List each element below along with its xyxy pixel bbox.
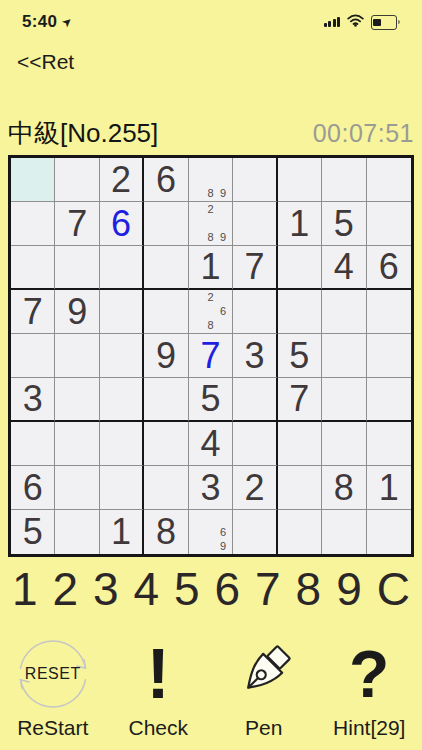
given-digit: 7	[67, 206, 87, 242]
given-digit: 3	[244, 338, 264, 374]
restart-label: ReStart	[17, 716, 88, 740]
numpad: 123456789C	[0, 560, 422, 618]
cell-r5c4[interactable]: 9	[144, 334, 188, 378]
cell-r9c7[interactable]	[278, 510, 322, 554]
question-icon: ?	[349, 641, 389, 707]
cell-r3c3[interactable]	[100, 246, 144, 290]
given-digit: 9	[67, 294, 87, 330]
given-digit: 6	[23, 470, 43, 506]
cell-r7c9[interactable]	[367, 422, 411, 466]
cell-r2c4[interactable]	[144, 202, 188, 246]
cell-r5c6[interactable]: 3	[233, 334, 277, 378]
cell-r4c9[interactable]	[367, 290, 411, 334]
cell-r6c5[interactable]: 5	[189, 378, 233, 422]
cell-r3c6[interactable]: 7	[233, 246, 277, 290]
cell-r3c4[interactable]	[144, 246, 188, 290]
cell-r7c1[interactable]	[11, 422, 55, 466]
numpad-8[interactable]: 8	[296, 560, 322, 618]
numpad-3[interactable]: 3	[93, 560, 119, 618]
cell-r7c3[interactable]	[100, 422, 144, 466]
given-digit: 2	[111, 162, 131, 198]
exclamation-icon: !	[147, 639, 170, 709]
given-digit: 5	[200, 381, 220, 417]
cell-r4c2[interactable]: 9	[55, 290, 99, 334]
given-digit: 4	[334, 249, 354, 285]
cell-r1c5[interactable]: 89	[189, 158, 233, 202]
given-digit: 5	[289, 338, 309, 374]
cell-r8c3[interactable]	[100, 466, 144, 510]
check-label: Check	[128, 716, 188, 740]
sudoku-grid: 26897628915174679268973535746328151869	[8, 155, 414, 557]
given-digit: 7	[289, 381, 309, 417]
cell-r5c7[interactable]: 5	[278, 334, 322, 378]
cell-r2c3[interactable]: 6	[100, 202, 144, 246]
cell-r3c2[interactable]	[55, 246, 99, 290]
status-bar: 5:40 ➤	[0, 10, 422, 34]
numpad-clear[interactable]: C	[377, 560, 410, 618]
elapsed-timer: 00:07:51	[313, 119, 414, 148]
cell-r6c3[interactable]	[100, 378, 144, 422]
back-button[interactable]: <<Ret	[17, 50, 74, 74]
cell-r1c2[interactable]	[55, 158, 99, 202]
given-digit: 3	[200, 470, 220, 506]
cell-r6c6[interactable]	[233, 378, 277, 422]
hint-button[interactable]: ? Hint[29]	[317, 634, 422, 740]
header: 中級[No.255] 00:07:51	[8, 116, 414, 151]
cell-r3c5[interactable]: 1	[189, 246, 233, 290]
cell-r6c8[interactable]	[322, 378, 366, 422]
cell-r9c3[interactable]: 1	[100, 510, 144, 554]
cell-r4c8[interactable]	[322, 290, 366, 334]
cell-r9c6[interactable]	[233, 510, 277, 554]
cell-r6c1[interactable]: 3	[11, 378, 55, 422]
cell-r9c8[interactable]	[322, 510, 366, 554]
battery-icon	[371, 15, 400, 30]
cell-r1c7[interactable]	[278, 158, 322, 202]
cell-r3c9[interactable]: 6	[367, 246, 411, 290]
reset-circle-icon: RESET	[14, 635, 92, 713]
pencil-marks: 69	[189, 510, 232, 554]
cell-r7c7[interactable]	[278, 422, 322, 466]
cell-r1c6[interactable]	[233, 158, 277, 202]
pen-nib-icon	[235, 643, 293, 705]
cell-r2c1[interactable]	[11, 202, 55, 246]
user-digit: 7	[200, 338, 220, 374]
check-button[interactable]: ! Check	[106, 634, 212, 740]
location-arrow-icon: ➤	[59, 13, 76, 30]
cell-r8c5[interactable]: 3	[189, 466, 233, 510]
user-digit: 6	[111, 206, 131, 242]
numpad-2[interactable]: 2	[53, 560, 79, 618]
cell-r5c3[interactable]	[100, 334, 144, 378]
cell-r8c1[interactable]: 6	[11, 466, 55, 510]
given-digit: 6	[156, 162, 176, 198]
pencil-marks: 89	[189, 158, 232, 201]
cell-r5c2[interactable]	[55, 334, 99, 378]
cell-r4c4[interactable]	[144, 290, 188, 334]
cell-r8c7[interactable]	[278, 466, 322, 510]
cell-r7c8[interactable]	[322, 422, 366, 466]
cell-r1c3[interactable]: 2	[100, 158, 144, 202]
pen-button[interactable]: Pen	[211, 634, 317, 740]
cell-r5c5[interactable]: 7	[189, 334, 233, 378]
clock-time: 5:40	[22, 12, 57, 32]
toolbar: RESET ReStart ! Check Pen	[0, 634, 422, 740]
cell-r1c9[interactable]	[367, 158, 411, 202]
given-digit: 5	[23, 514, 43, 550]
given-digit: 1	[111, 514, 131, 550]
given-digit: 9	[156, 338, 176, 374]
cell-r8c8[interactable]: 8	[322, 466, 366, 510]
given-digit: 7	[244, 249, 264, 285]
cell-r7c5[interactable]: 4	[189, 422, 233, 466]
cell-r5c8[interactable]	[322, 334, 366, 378]
cell-r7c2[interactable]	[55, 422, 99, 466]
given-digit: 7	[23, 294, 43, 330]
cell-r2c5[interactable]: 289	[189, 202, 233, 246]
cell-r3c8[interactable]: 4	[322, 246, 366, 290]
cell-r2c6[interactable]	[233, 202, 277, 246]
given-digit: 6	[379, 249, 399, 285]
given-digit: 8	[156, 514, 176, 550]
pencil-marks: 268	[189, 290, 232, 333]
cell-r8c2[interactable]	[55, 466, 99, 510]
given-digit: 1	[379, 470, 399, 506]
cell-r2c7[interactable]: 1	[278, 202, 322, 246]
cell-r3c7[interactable]	[278, 246, 322, 290]
cell-r9c5[interactable]: 69	[189, 510, 233, 554]
given-digit: 1	[289, 206, 309, 242]
numpad-1[interactable]: 1	[12, 560, 38, 618]
cell-r9c1[interactable]: 5	[11, 510, 55, 554]
numpad-5[interactable]: 5	[174, 560, 200, 618]
wifi-icon	[347, 13, 364, 31]
given-digit: 5	[334, 206, 354, 242]
cell-r4c1[interactable]: 7	[11, 290, 55, 334]
cell-r2c2[interactable]: 7	[55, 202, 99, 246]
cell-r3c1[interactable]	[11, 246, 55, 290]
cell-r8c4[interactable]	[144, 466, 188, 510]
cell-r9c9[interactable]	[367, 510, 411, 554]
cell-r6c9[interactable]	[367, 378, 411, 422]
cell-r1c1[interactable]	[11, 158, 55, 202]
cell-r4c7[interactable]	[278, 290, 322, 334]
reset-icon-text: RESET	[14, 635, 92, 713]
given-digit: 4	[200, 426, 220, 462]
cell-r6c2[interactable]	[55, 378, 99, 422]
cell-r2c8[interactable]: 5	[322, 202, 366, 246]
cell-r5c9[interactable]	[367, 334, 411, 378]
level-title: 中級[No.255]	[8, 116, 158, 151]
pencil-marks: 289	[189, 202, 232, 245]
cell-r7c4[interactable]	[144, 422, 188, 466]
cell-r6c4[interactable]	[144, 378, 188, 422]
numpad-4[interactable]: 4	[134, 560, 160, 618]
cell-r4c6[interactable]	[233, 290, 277, 334]
numpad-9[interactable]: 9	[336, 560, 362, 618]
restart-button[interactable]: RESET ReStart	[0, 634, 106, 740]
cell-r1c8[interactable]	[322, 158, 366, 202]
given-digit: 2	[244, 470, 264, 506]
given-digit: 3	[23, 381, 43, 417]
hint-label: Hint[29]	[333, 716, 405, 740]
cell-r7c6[interactable]	[233, 422, 277, 466]
cell-r9c4[interactable]: 8	[144, 510, 188, 554]
cell-r5c1[interactable]	[11, 334, 55, 378]
cellular-signal-icon	[324, 17, 341, 27]
cell-r4c5[interactable]: 268	[189, 290, 233, 334]
cell-r9c2[interactable]	[55, 510, 99, 554]
cell-r6c7[interactable]: 7	[278, 378, 322, 422]
pen-label: Pen	[245, 716, 282, 740]
cell-r8c9[interactable]: 1	[367, 466, 411, 510]
cell-r2c9[interactable]	[367, 202, 411, 246]
given-digit: 1	[200, 249, 220, 285]
cell-r1c4[interactable]: 6	[144, 158, 188, 202]
numpad-7[interactable]: 7	[255, 560, 281, 618]
given-digit: 8	[334, 470, 354, 506]
cell-r8c6[interactable]: 2	[233, 466, 277, 510]
cell-r4c3[interactable]	[100, 290, 144, 334]
numpad-6[interactable]: 6	[215, 560, 241, 618]
